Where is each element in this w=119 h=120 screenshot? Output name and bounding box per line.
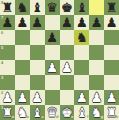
square-g1[interactable]: g♞ [89,105,104,120]
square-c4[interactable] [30,60,45,75]
coord-rank-5: 5 [1,46,3,50]
square-d5[interactable] [45,45,60,60]
white-pawn: ♟ [61,60,73,75]
square-a2[interactable]: 2♟ [0,90,15,105]
white-bishop: ♝ [76,105,88,120]
square-h4[interactable] [104,60,119,75]
square-e1[interactable]: e♚ [60,105,75,120]
square-c3[interactable] [30,75,45,90]
square-f4[interactable] [74,60,89,75]
chess-board: 8♜♞♝♛♚♝♜7♟♟♟♟♟♟♟6♟♞54♟♟32♟♟♟♟♟♟1a♜b♞c♝d♛… [0,0,119,120]
white-knight: ♞ [16,105,28,120]
square-a5[interactable]: 5 [0,45,15,60]
black-pawn: ♟ [106,15,118,30]
square-d7[interactable] [45,15,60,30]
square-b2[interactable]: ♟ [15,90,30,105]
square-g3[interactable] [89,75,104,90]
square-a8[interactable]: 8♜ [0,0,15,15]
square-d2[interactable] [45,90,60,105]
white-queen: ♛ [46,105,58,120]
black-pawn: ♟ [2,15,14,30]
square-f5[interactable] [74,45,89,60]
square-e6[interactable] [60,30,75,45]
square-e4[interactable]: ♟ [60,60,75,75]
square-b7[interactable]: ♟ [15,15,30,30]
white-king: ♚ [61,105,73,120]
coord-rank-8: 8 [1,1,3,5]
square-g2[interactable]: ♟ [89,90,104,105]
square-f6[interactable]: ♞ [74,30,89,45]
square-b3[interactable] [15,75,30,90]
coord-rank-1: 1 [1,106,3,110]
black-queen: ♛ [46,0,58,15]
square-g8[interactable] [89,0,104,15]
square-d4[interactable]: ♟ [45,60,60,75]
coord-rank-4: 4 [1,61,3,65]
square-c5[interactable] [30,45,45,60]
white-bishop: ♝ [31,105,43,120]
white-pawn: ♟ [31,90,43,105]
square-f7[interactable]: ♟ [74,15,89,30]
square-c8[interactable]: ♝ [30,0,45,15]
coord-file-d: d [56,115,58,119]
square-a7[interactable]: 7♟ [0,15,15,30]
white-rook: ♜ [106,105,118,120]
square-g6[interactable] [89,30,104,45]
square-e5[interactable] [60,45,75,60]
white-knight: ♞ [91,105,103,120]
square-c6[interactable] [30,30,45,45]
square-h5[interactable] [104,45,119,60]
black-knight: ♞ [16,0,28,15]
square-a6[interactable]: 6 [0,30,15,45]
square-h6[interactable] [104,30,119,45]
coord-file-a: a [12,115,14,119]
black-knight: ♞ [76,30,88,45]
coord-file-c: c [41,115,43,119]
coord-file-f: f [87,115,88,119]
square-e3[interactable] [60,75,75,90]
square-f8[interactable]: ♝ [74,0,89,15]
black-pawn: ♟ [31,15,43,30]
square-d3[interactable] [45,75,60,90]
black-pawn: ♟ [16,15,28,30]
black-rook: ♜ [106,0,118,15]
coord-rank-3: 3 [1,76,3,80]
square-f3[interactable] [74,75,89,90]
coord-file-b: b [26,115,28,119]
square-d1[interactable]: d♛ [45,105,60,120]
square-b4[interactable] [15,60,30,75]
square-c2[interactable]: ♟ [30,90,45,105]
coord-file-g: g [101,115,103,119]
square-e7[interactable]: ♟ [60,15,75,30]
square-g4[interactable] [89,60,104,75]
square-h3[interactable] [104,75,119,90]
square-c1[interactable]: c♝ [30,105,45,120]
square-h8[interactable]: ♜ [104,0,119,15]
square-g7[interactable]: ♟ [89,15,104,30]
square-f1[interactable]: f♝ [74,105,89,120]
coord-rank-7: 7 [1,16,3,20]
square-f2[interactable]: ♟ [74,90,89,105]
white-pawn: ♟ [16,90,28,105]
black-bishop: ♝ [31,0,43,15]
black-pawn: ♟ [76,15,88,30]
black-bishop: ♝ [76,0,88,15]
square-a3[interactable]: 3 [0,75,15,90]
black-pawn: ♟ [61,15,73,30]
black-rook: ♜ [2,0,14,15]
white-rook: ♜ [2,105,14,120]
white-pawn: ♟ [106,90,118,105]
square-g5[interactable] [89,45,104,60]
square-a4[interactable]: 4 [0,60,15,75]
square-b8[interactable]: ♞ [15,0,30,15]
white-pawn: ♟ [76,90,88,105]
coord-rank-6: 6 [1,31,3,35]
square-a1[interactable]: 1a♜ [0,105,15,120]
square-d8[interactable]: ♛ [45,0,60,15]
square-h1[interactable]: h♜ [104,105,119,120]
coord-file-h: h [116,115,118,119]
black-pawn: ♟ [91,15,103,30]
square-h7[interactable]: ♟ [104,15,119,30]
black-king: ♚ [61,0,73,15]
square-b1[interactable]: b♞ [15,105,30,120]
white-pawn: ♟ [91,90,103,105]
square-b5[interactable] [15,45,30,60]
coord-file-e: e [71,115,73,119]
black-pawn: ♟ [46,30,58,45]
square-c7[interactable]: ♟ [30,15,45,30]
square-e2[interactable] [60,90,75,105]
white-pawn: ♟ [46,60,58,75]
square-b6[interactable] [15,30,30,45]
white-pawn: ♟ [2,90,14,105]
coord-rank-2: 2 [1,91,3,95]
square-e8[interactable]: ♚ [60,0,75,15]
square-d6[interactable]: ♟ [45,30,60,45]
square-h2[interactable]: ♟ [104,90,119,105]
